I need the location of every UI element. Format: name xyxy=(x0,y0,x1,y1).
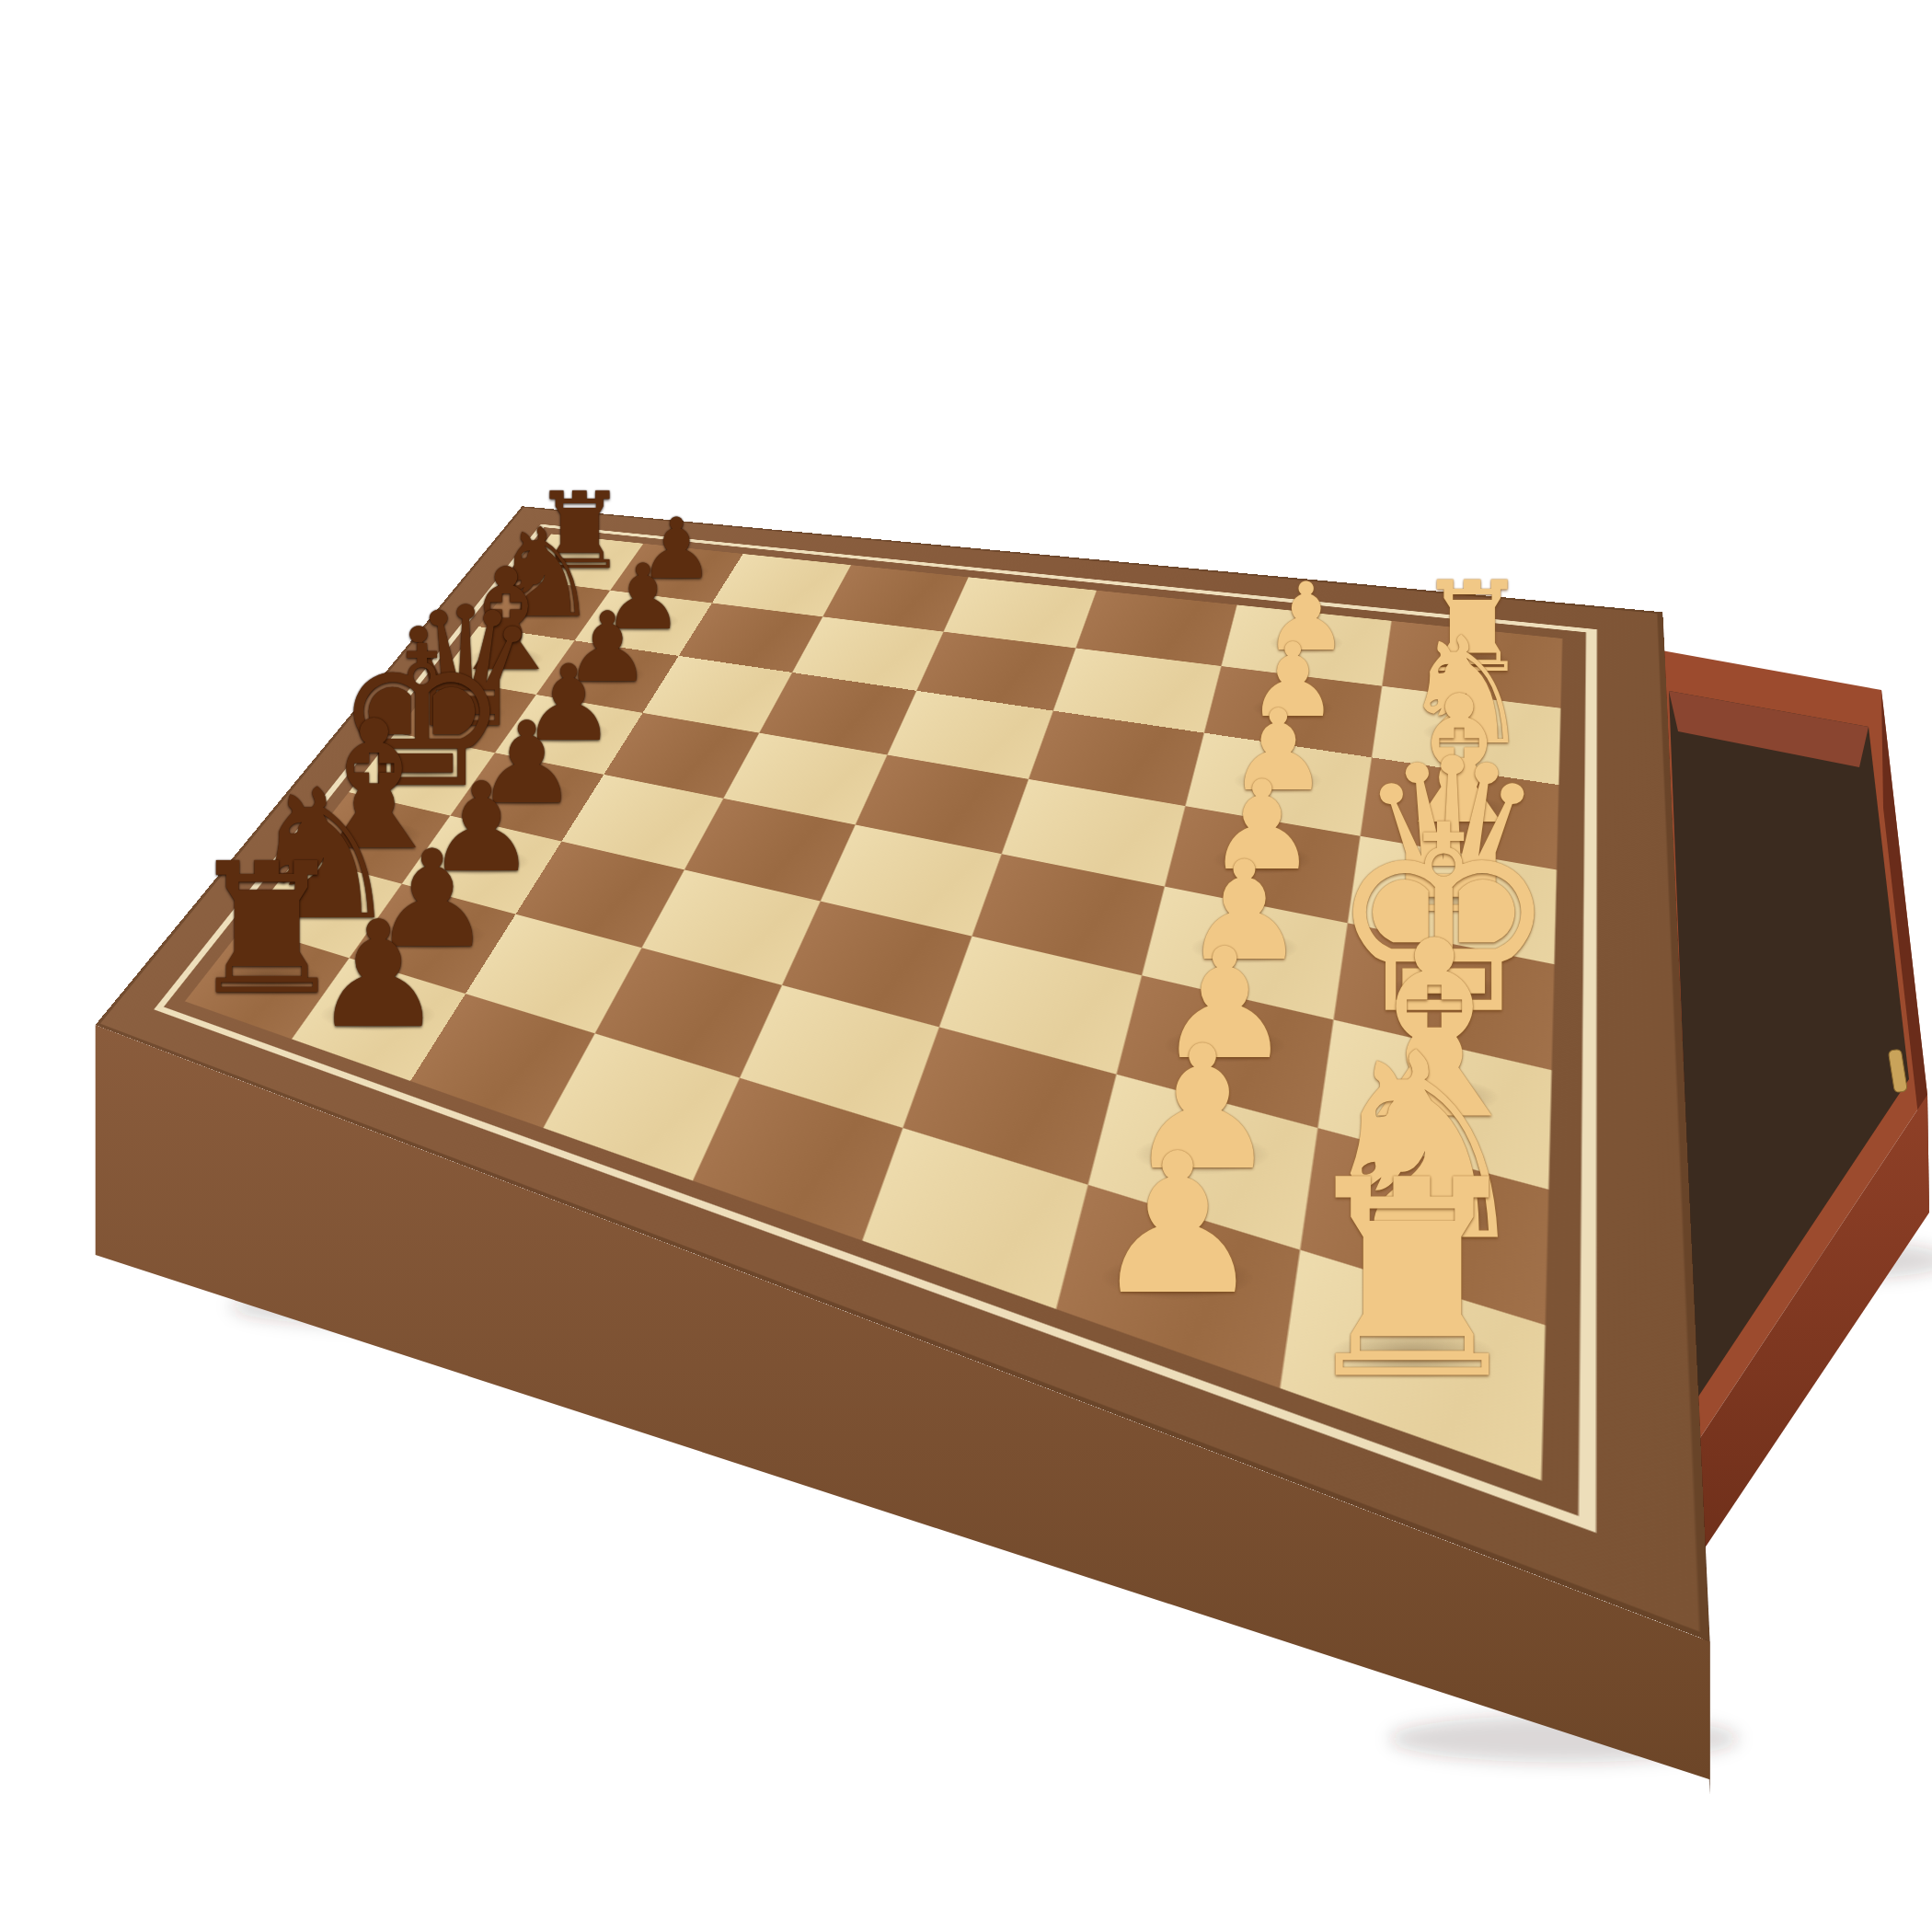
chess-set-photo: ♜♞♝♛♚♝♞♜♟♟♟♟♟♟♟♟♟♟♟♟♟♟♟♟♜♞♝♛♚♝♞♜ xyxy=(0,0,1932,1932)
piece-black-pawn-h7[interactable]: ♟ xyxy=(313,902,444,1049)
piece-white-pawn-h2[interactable]: ♟ xyxy=(1091,1128,1265,1322)
piece-white-rook-h1[interactable]: ♜ xyxy=(1290,1144,1534,1417)
